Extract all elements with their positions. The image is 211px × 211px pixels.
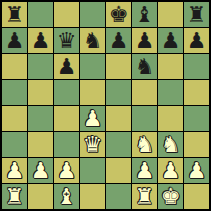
white-pawn[interactable]: ♟: [161, 160, 181, 182]
square-e3[interactable]: [106, 132, 131, 157]
square-g4[interactable]: [158, 106, 183, 131]
square-d5[interactable]: [80, 80, 105, 105]
square-g6[interactable]: [158, 54, 183, 79]
white-rook[interactable]: ♜: [5, 186, 25, 208]
white-pawn[interactable]: ♟: [31, 160, 51, 182]
square-a4[interactable]: [2, 106, 27, 131]
square-f4[interactable]: [132, 106, 157, 131]
square-b6[interactable]: [28, 54, 53, 79]
square-b7[interactable]: ♟: [28, 28, 53, 53]
black-knight[interactable]: ♞: [135, 56, 155, 78]
chess-board: ♜♚♝♜♟♟♛♞♟♟♟♟♟♞♟♛♞♞♟♟♟♟♟♟♜♝♜♚: [0, 0, 211, 211]
square-d3[interactable]: ♛: [80, 132, 105, 157]
square-c3[interactable]: [54, 132, 79, 157]
square-a3[interactable]: [2, 132, 27, 157]
white-rook[interactable]: ♜: [135, 186, 155, 208]
square-h3[interactable]: [184, 132, 209, 157]
square-h5[interactable]: [184, 80, 209, 105]
square-e1[interactable]: [106, 184, 131, 209]
white-knight[interactable]: ♞: [161, 134, 181, 156]
square-f5[interactable]: [132, 80, 157, 105]
square-b2[interactable]: ♟: [28, 158, 53, 183]
square-d8[interactable]: [80, 2, 105, 27]
square-h2[interactable]: ♟: [184, 158, 209, 183]
square-h4[interactable]: [184, 106, 209, 131]
white-pawn[interactable]: ♟: [5, 160, 25, 182]
square-b1[interactable]: [28, 184, 53, 209]
white-pawn[interactable]: ♟: [135, 160, 155, 182]
black-knight[interactable]: ♞: [83, 30, 103, 52]
square-d2[interactable]: [80, 158, 105, 183]
square-f2[interactable]: ♟: [132, 158, 157, 183]
square-a2[interactable]: ♟: [2, 158, 27, 183]
square-d4[interactable]: ♟: [80, 106, 105, 131]
black-king[interactable]: ♚: [109, 4, 129, 26]
square-a5[interactable]: [2, 80, 27, 105]
white-pawn[interactable]: ♟: [187, 160, 207, 182]
square-f8[interactable]: ♝: [132, 2, 157, 27]
white-knight[interactable]: ♞: [135, 134, 155, 156]
square-g3[interactable]: ♞: [158, 132, 183, 157]
white-king[interactable]: ♚: [161, 186, 181, 208]
square-d6[interactable]: [80, 54, 105, 79]
white-queen[interactable]: ♛: [83, 134, 103, 156]
square-f3[interactable]: ♞: [132, 132, 157, 157]
black-pawn[interactable]: ♟: [57, 56, 77, 78]
square-a1[interactable]: ♜: [2, 184, 27, 209]
black-pawn[interactable]: ♟: [135, 30, 155, 52]
square-f7[interactable]: ♟: [132, 28, 157, 53]
black-queen[interactable]: ♛: [57, 30, 77, 52]
square-a7[interactable]: ♟: [2, 28, 27, 53]
black-pawn[interactable]: ♟: [161, 30, 181, 52]
square-c2[interactable]: ♟: [54, 158, 79, 183]
black-pawn[interactable]: ♟: [31, 30, 51, 52]
square-b8[interactable]: [28, 2, 53, 27]
square-d1[interactable]: [80, 184, 105, 209]
square-c6[interactable]: ♟: [54, 54, 79, 79]
black-pawn[interactable]: ♟: [109, 30, 129, 52]
black-rook[interactable]: ♜: [5, 4, 25, 26]
square-a6[interactable]: [2, 54, 27, 79]
square-a8[interactable]: ♜: [2, 2, 27, 27]
square-g2[interactable]: ♟: [158, 158, 183, 183]
black-rook[interactable]: ♜: [187, 4, 207, 26]
square-e6[interactable]: [106, 54, 131, 79]
square-f6[interactable]: ♞: [132, 54, 157, 79]
white-pawn[interactable]: ♟: [83, 108, 103, 130]
square-g1[interactable]: ♚: [158, 184, 183, 209]
square-b4[interactable]: [28, 106, 53, 131]
square-c4[interactable]: [54, 106, 79, 131]
white-pawn[interactable]: ♟: [57, 160, 77, 182]
white-bishop[interactable]: ♝: [57, 186, 77, 208]
square-b3[interactable]: [28, 132, 53, 157]
black-pawn[interactable]: ♟: [187, 30, 207, 52]
black-pawn[interactable]: ♟: [5, 30, 25, 52]
square-c1[interactable]: ♝: [54, 184, 79, 209]
square-h8[interactable]: ♜: [184, 2, 209, 27]
square-e5[interactable]: [106, 80, 131, 105]
square-e8[interactable]: ♚: [106, 2, 131, 27]
square-g8[interactable]: [158, 2, 183, 27]
square-e2[interactable]: [106, 158, 131, 183]
square-c5[interactable]: [54, 80, 79, 105]
square-b5[interactable]: [28, 80, 53, 105]
square-c8[interactable]: [54, 2, 79, 27]
square-d7[interactable]: ♞: [80, 28, 105, 53]
square-c7[interactable]: ♛: [54, 28, 79, 53]
black-bishop[interactable]: ♝: [135, 4, 155, 26]
square-g7[interactable]: ♟: [158, 28, 183, 53]
square-h1[interactable]: [184, 184, 209, 209]
square-h7[interactable]: ♟: [184, 28, 209, 53]
square-e7[interactable]: ♟: [106, 28, 131, 53]
square-f1[interactable]: ♜: [132, 184, 157, 209]
square-h6[interactable]: [184, 54, 209, 79]
square-g5[interactable]: [158, 80, 183, 105]
square-e4[interactable]: [106, 106, 131, 131]
